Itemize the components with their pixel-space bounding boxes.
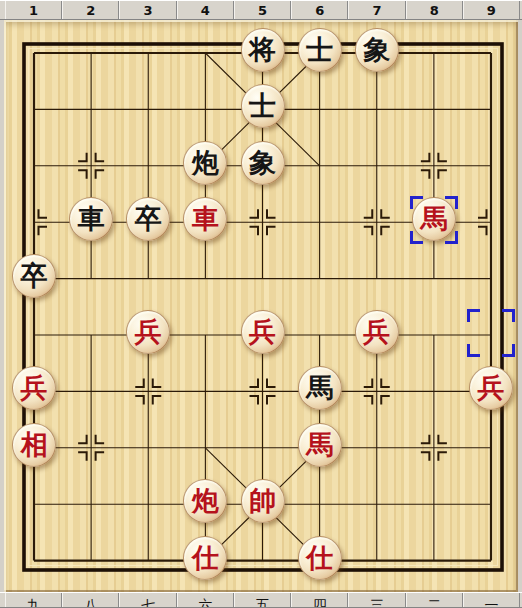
top-coord-label-6: 6 bbox=[291, 1, 348, 19]
piece-glyph: 象 bbox=[249, 149, 276, 177]
piece-glyph: 車 bbox=[78, 205, 105, 233]
piece-black-soldier[interactable]: 卒 bbox=[12, 254, 56, 298]
piece-glyph: 兵 bbox=[21, 374, 48, 402]
piece-red-horse[interactable]: 馬 bbox=[412, 197, 456, 241]
bottom-coordinate-cells: 九八七六五四三二一 bbox=[5, 593, 520, 607]
piece-glyph: 仕 bbox=[306, 544, 333, 572]
piece-glyph: 車 bbox=[192, 205, 219, 233]
piece-black-cannon[interactable]: 炮 bbox=[183, 141, 227, 185]
piece-glyph: 帥 bbox=[249, 487, 276, 515]
piece-black-advisor[interactable]: 士 bbox=[298, 28, 342, 72]
piece-red-elephant[interactable]: 相 bbox=[12, 423, 56, 467]
top-coord-label-4: 4 bbox=[177, 1, 234, 19]
piece-glyph: 相 bbox=[21, 431, 48, 459]
piece-glyph: 兵 bbox=[249, 318, 276, 346]
top-coord-label-1: 1 bbox=[5, 1, 62, 19]
top-coord-label-9: 9 bbox=[463, 1, 520, 19]
piece-glyph: 士 bbox=[306, 36, 333, 64]
piece-glyph: 馬 bbox=[306, 431, 333, 459]
bottom-coord-label-7: 三 bbox=[348, 593, 405, 608]
piece-black-chariot[interactable]: 車 bbox=[69, 197, 113, 241]
piece-glyph: 炮 bbox=[192, 487, 219, 515]
piece-glyph: 兵 bbox=[363, 318, 390, 346]
top-coordinate-cells: 123456789 bbox=[5, 1, 520, 19]
top-coord-label-2: 2 bbox=[62, 1, 119, 19]
piece-red-advisor[interactable]: 仕 bbox=[298, 536, 342, 580]
bottom-coord-label-2: 八 bbox=[62, 593, 119, 608]
piece-glyph: 士 bbox=[249, 92, 276, 120]
piece-glyph: 兵 bbox=[478, 374, 505, 402]
piece-red-soldier[interactable]: 兵 bbox=[126, 310, 170, 354]
piece-black-general[interactable]: 将 bbox=[241, 28, 285, 72]
piece-glyph: 仕 bbox=[192, 544, 219, 572]
piece-red-soldier[interactable]: 兵 bbox=[241, 310, 285, 354]
bottom-coord-label-5: 五 bbox=[234, 593, 291, 608]
bottom-coordinate-bar: 九八七六五四三二一 bbox=[0, 592, 522, 608]
bottom-coord-label-9: 一 bbox=[463, 593, 520, 608]
piece-black-advisor[interactable]: 士 bbox=[241, 84, 285, 128]
piece-glyph: 兵 bbox=[135, 318, 162, 346]
piece-black-elephant[interactable]: 象 bbox=[355, 28, 399, 72]
bottom-coord-label-1: 九 bbox=[5, 593, 62, 608]
top-coordinate-bar: 123456789 bbox=[0, 0, 522, 20]
piece-red-general[interactable]: 帥 bbox=[241, 479, 285, 523]
top-coord-label-8: 8 bbox=[406, 1, 463, 19]
piece-glyph: 象 bbox=[363, 36, 390, 64]
piece-glyph: 卒 bbox=[135, 205, 162, 233]
piece-black-horse[interactable]: 馬 bbox=[298, 366, 342, 410]
piece-glyph: 将 bbox=[249, 36, 276, 64]
bottom-coord-label-8: 二 bbox=[406, 593, 463, 608]
top-coord-label-5: 5 bbox=[234, 1, 291, 19]
piece-black-elephant[interactable]: 象 bbox=[241, 141, 285, 185]
piece-glyph: 卒 bbox=[21, 262, 48, 290]
bottom-coord-label-3: 七 bbox=[119, 593, 176, 608]
piece-red-horse[interactable]: 馬 bbox=[298, 423, 342, 467]
piece-glyph: 炮 bbox=[192, 149, 219, 177]
piece-red-soldier[interactable]: 兵 bbox=[355, 310, 399, 354]
top-coord-label-7: 7 bbox=[348, 1, 405, 19]
piece-red-advisor[interactable]: 仕 bbox=[183, 536, 227, 580]
piece-glyph: 馬 bbox=[420, 205, 447, 233]
top-coord-label-3: 3 bbox=[119, 1, 176, 19]
bottom-coord-label-6: 四 bbox=[291, 593, 348, 608]
bottom-coord-label-4: 六 bbox=[177, 593, 234, 608]
piece-glyph: 馬 bbox=[306, 374, 333, 402]
xiangqi-app-window: 123456789 将士象士炮象車卒車馬卒兵兵兵兵馬兵相馬炮帥仕仕 九八七六五四… bbox=[0, 0, 522, 608]
